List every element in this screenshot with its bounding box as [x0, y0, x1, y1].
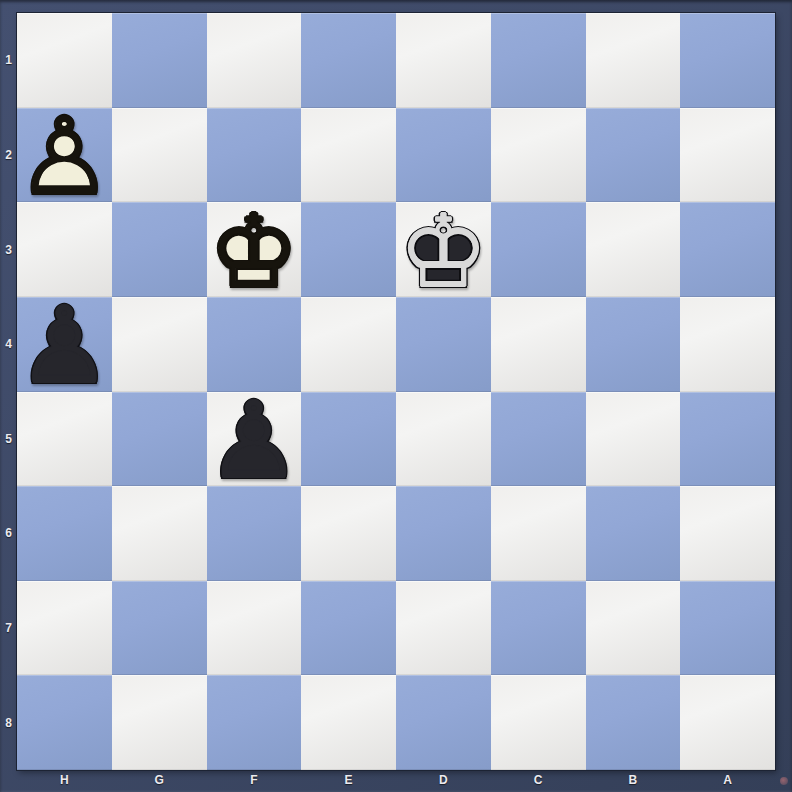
black-pawn[interactable]: ♟♙ [207, 392, 302, 487]
square-b2[interactable] [586, 108, 681, 203]
square-h8[interactable] [17, 675, 112, 770]
square-d4[interactable] [396, 297, 491, 392]
square-f5[interactable]: ♟♙ [207, 392, 302, 487]
square-a6[interactable] [680, 486, 775, 581]
square-h4[interactable]: ♟♙ [17, 297, 112, 392]
black-pawn-outline-icon: ♙ [206, 388, 301, 494]
square-h5[interactable] [17, 392, 112, 487]
square-e6[interactable] [301, 486, 396, 581]
square-e7[interactable] [301, 581, 396, 676]
rank-coordinates: 12345678 [0, 13, 17, 770]
square-e2[interactable] [301, 108, 396, 203]
square-b8[interactable] [586, 675, 681, 770]
square-g6[interactable] [112, 486, 207, 581]
white-king-outline-icon: ♔ [209, 202, 299, 302]
square-e1[interactable] [301, 13, 396, 108]
square-c6[interactable] [491, 486, 586, 581]
square-c2[interactable] [491, 108, 586, 203]
square-b3[interactable] [586, 202, 681, 297]
square-e5[interactable] [301, 392, 396, 487]
square-c5[interactable] [491, 392, 586, 487]
square-a2[interactable] [680, 108, 775, 203]
square-c4[interactable] [491, 297, 586, 392]
rank-label-2: 2 [0, 108, 17, 203]
square-d5[interactable] [396, 392, 491, 487]
square-f8[interactable] [207, 675, 302, 770]
square-c3[interactable] [491, 202, 586, 297]
square-a1[interactable] [680, 13, 775, 108]
file-label-a: A [680, 770, 775, 792]
black-king[interactable]: ♚♔ [396, 202, 491, 297]
square-g8[interactable] [112, 675, 207, 770]
square-c1[interactable] [491, 13, 586, 108]
square-g7[interactable] [112, 581, 207, 676]
file-label-b: B [586, 770, 681, 792]
square-b4[interactable] [586, 297, 681, 392]
square-h6[interactable] [17, 486, 112, 581]
square-g3[interactable] [112, 202, 207, 297]
white-pawn-outline-icon: ♙ [17, 104, 112, 210]
square-e8[interactable] [301, 675, 396, 770]
square-h1[interactable] [17, 13, 112, 108]
black-pawn-outline-icon: ♙ [17, 293, 112, 399]
white-pawn[interactable]: ♟♙ [17, 108, 112, 203]
square-g5[interactable] [112, 392, 207, 487]
square-d8[interactable] [396, 675, 491, 770]
square-f7[interactable] [207, 581, 302, 676]
square-d2[interactable] [396, 108, 491, 203]
square-c7[interactable] [491, 581, 586, 676]
square-a3[interactable] [680, 202, 775, 297]
square-f6[interactable] [207, 486, 302, 581]
square-f1[interactable] [207, 13, 302, 108]
square-g4[interactable] [112, 297, 207, 392]
square-a5[interactable] [680, 392, 775, 487]
square-a7[interactable] [680, 581, 775, 676]
file-label-c: C [491, 770, 586, 792]
chess-board-window: ♟♙♚♔♚♔♟♙♟♙ 12345678 HGFEDCBA [0, 0, 792, 792]
square-d7[interactable] [396, 581, 491, 676]
white-king[interactable]: ♚♔ [207, 202, 302, 297]
black-pawn[interactable]: ♟♙ [17, 297, 112, 392]
corner-dot [780, 777, 788, 785]
square-d6[interactable] [396, 486, 491, 581]
rank-label-7: 7 [0, 581, 17, 676]
square-f3[interactable]: ♚♔ [207, 202, 302, 297]
square-c8[interactable] [491, 675, 586, 770]
board: ♟♙♚♔♚♔♟♙♟♙ [17, 13, 775, 770]
square-g2[interactable] [112, 108, 207, 203]
square-h2[interactable]: ♟♙ [17, 108, 112, 203]
rank-label-3: 3 [0, 202, 17, 297]
square-h3[interactable] [17, 202, 112, 297]
rank-label-8: 8 [0, 675, 17, 770]
file-label-f: F [207, 770, 302, 792]
rank-label-4: 4 [0, 297, 17, 392]
square-e4[interactable] [301, 297, 396, 392]
file-coordinates: HGFEDCBA [17, 770, 775, 792]
square-a4[interactable] [680, 297, 775, 392]
square-b1[interactable] [586, 13, 681, 108]
file-label-e: E [301, 770, 396, 792]
square-a8[interactable] [680, 675, 775, 770]
square-f4[interactable] [207, 297, 302, 392]
rank-label-6: 6 [0, 486, 17, 581]
square-d3[interactable]: ♚♔ [396, 202, 491, 297]
square-d1[interactable] [396, 13, 491, 108]
square-e3[interactable] [301, 202, 396, 297]
file-label-g: G [112, 770, 207, 792]
square-b5[interactable] [586, 392, 681, 487]
square-h7[interactable] [17, 581, 112, 676]
rank-label-1: 1 [0, 13, 17, 108]
rank-label-5: 5 [0, 392, 17, 487]
file-label-h: H [17, 770, 112, 792]
square-b6[interactable] [586, 486, 681, 581]
square-b7[interactable] [586, 581, 681, 676]
square-f2[interactable] [207, 108, 302, 203]
file-label-d: D [396, 770, 491, 792]
square-g1[interactable] [112, 13, 207, 108]
black-king-outline-icon: ♔ [399, 202, 489, 302]
